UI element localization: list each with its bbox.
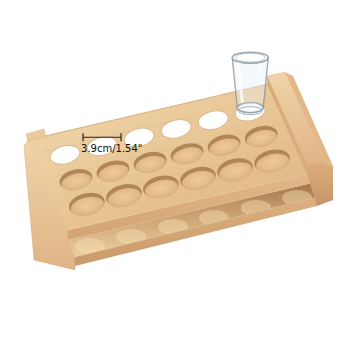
tray-illustration: 3.9cm/1.54" — [0, 0, 350, 350]
dimension-label: 3.9cm/1.54" — [81, 143, 142, 154]
product-photo: 3.9cm/1.54" — [0, 0, 350, 350]
shot-glass — [232, 52, 268, 115]
